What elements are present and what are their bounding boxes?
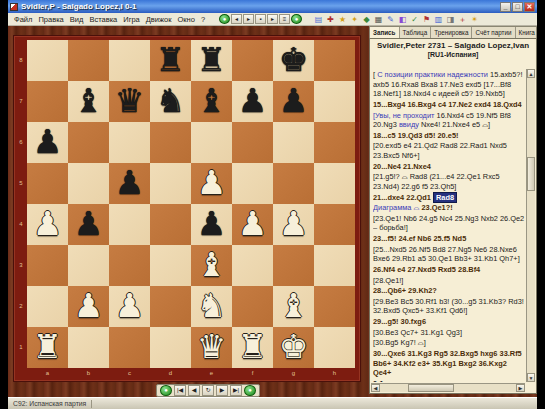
move-text[interactable]: [29.Be3 Bc5 30.Rf1 b3! (30...g5 31.Kb3? … — [373, 297, 524, 316]
rank-label-8: 8 — [15, 40, 27, 81]
add-icon[interactable]: ✚ — [325, 14, 336, 25]
file-label-a: a — [27, 367, 68, 380]
players-line: Svidler,Peter 2731 – Salgado Lopez,Ivan — [376, 41, 530, 51]
move-text[interactable]: 15...Bxg4 16.Bxg4 c4 17.Ne2 exd4 18.Qxd4 — [373, 100, 522, 109]
square-g1[interactable]: ♚ — [273, 327, 314, 368]
square-f3[interactable] — [232, 245, 273, 286]
rank-label-1: 1 — [15, 327, 27, 368]
square-f1[interactable]: ♜ — [232, 327, 273, 368]
app-icon — [10, 3, 18, 11]
horizontal-scroll-thumb[interactable] — [408, 384, 454, 392]
move-text[interactable]: [28.Qe1!] — [373, 276, 403, 285]
chess-board-frame: 87654321 abcdefgh ♜♜♚♝♛♞♝♟♟♟♟♟♟♟♟♟♟♝♟♟♞♝… — [14, 36, 360, 381]
workspace: 87654321 abcdefgh ♜♜♚♝♛♞♝♟♟♟♟♟♟♟♟♟♟♝♟♟♞♝… — [8, 26, 537, 397]
favorite-icon[interactable]: ★ — [337, 14, 348, 25]
notation-line: [20.exd5 e4 21.Qd2 Rad8 22.Rad1 Nxd5 23.… — [373, 141, 525, 160]
rank-label-4: 4 — [15, 204, 27, 245]
game-header: Svidler,Peter 2731 – Salgado Lopez,Ivan … — [370, 39, 536, 59]
forward-button[interactable]: ▶ — [216, 385, 228, 396]
move-text[interactable]: [21.g5!? ⌓ Rad8 (21...e4 22.Qe1 Rxc5 23.… — [373, 172, 500, 191]
move-text[interactable]: [23.Qe1! Nb6 24.g5 Nc4 25.Ng3 Nxb2 26.Qe… — [373, 214, 524, 233]
square-e3[interactable]: ♝ — [191, 245, 232, 286]
square-b2[interactable]: ♟ — [68, 286, 109, 327]
menu-Вид[interactable]: Вид — [67, 15, 87, 24]
menu-Правка[interactable]: Правка — [35, 15, 66, 24]
file-labels: abcdefgh — [27, 367, 355, 380]
square-b5[interactable] — [68, 163, 109, 204]
notation-line: 0-1 — [373, 379, 525, 382]
scroll-right-icon[interactable]: ▶ — [516, 384, 525, 392]
square-g6[interactable] — [273, 122, 314, 163]
notation-line: [21.g5!? ⌓ Rad8 (21...e4 22.Qe1 Rxc5 23.… — [373, 172, 525, 191]
square-a1[interactable]: ♜ — [27, 327, 68, 368]
rank-label-3: 3 — [15, 245, 27, 286]
square-h4[interactable] — [314, 204, 355, 245]
square-g7[interactable]: ♟ — [273, 81, 314, 122]
black-pawn: ♟ — [109, 163, 150, 204]
square-a6[interactable]: ♟ — [27, 122, 68, 163]
menu-Игра[interactable]: Игра — [120, 15, 142, 24]
square-b7[interactable]: ♝ — [68, 81, 109, 122]
file-label-f: f — [232, 367, 273, 380]
black-pawn: ♟ — [232, 81, 273, 122]
tab-3[interactable]: Тренировка — [431, 27, 472, 38]
square-f5[interactable] — [232, 163, 273, 204]
notation-line: [28.Qe1!] — [373, 276, 525, 286]
white-king: ♚ — [273, 327, 314, 368]
white-bishop: ♝ — [273, 286, 314, 327]
menu-Вставка[interactable]: Вставка — [86, 15, 120, 24]
burst-icon[interactable]: ✴ — [469, 14, 480, 25]
square-d6[interactable] — [150, 122, 191, 163]
panel-icon[interactable]: ◨ — [445, 14, 456, 25]
white-pawn: ♟ — [273, 204, 314, 245]
tab-2[interactable]: Таблица — [400, 27, 432, 38]
close-button[interactable]: ✕ — [524, 2, 535, 12]
file-label-c: c — [109, 367, 150, 380]
square-c4[interactable] — [109, 204, 150, 245]
notation-pane: Svidler,Peter 2731 – Salgado Lopez,Ivan … — [369, 38, 537, 394]
rank-label-6: 6 — [15, 122, 27, 163]
window-title: Svidler,P - Salgado Lopez,I 0-1 — [21, 2, 499, 11]
move-text[interactable]: [25...Nxd5 26.Nf5 Bd8 27.Ng5 Ne6 28.Nxe6… — [373, 245, 520, 264]
notation-line: [23.Qe1! Nb6 24.g5 Nc4 25.Ng3 Nxb2 26.Qe… — [373, 214, 525, 233]
square-b8[interactable] — [68, 40, 109, 81]
square-e1[interactable]: ♛ — [191, 327, 232, 368]
square-d8[interactable]: ♜ — [150, 40, 191, 81]
step-back-icon[interactable]: ◂ — [231, 14, 242, 24]
engine-stop-icon[interactable]: ● — [291, 14, 302, 24]
pause-icon[interactable]: ▪ — [255, 14, 266, 24]
move-text[interactable]: [Увы, не проходит — [373, 111, 434, 120]
table-icon[interactable]: ▥ — [433, 14, 444, 25]
rank-labels: 87654321 — [15, 40, 27, 368]
move-text[interactable]: 20...Ne4 21.Nxe4 — [373, 162, 431, 171]
square-c8[interactable] — [109, 40, 150, 81]
horizontal-scrollbar[interactable]: ◀ ▶ — [371, 383, 525, 392]
square-b3[interactable] — [68, 245, 109, 286]
white-pawn: ♟ — [27, 204, 68, 245]
sparkle-icon[interactable]: ✦ — [349, 14, 360, 25]
black-pawn: ♟ — [191, 204, 232, 245]
square-d2[interactable] — [150, 286, 191, 327]
notation-line: 15...Bxg4 16.Bxg4 c4 17.Ne2 exd4 18.Qxd4 — [373, 100, 525, 110]
move-text[interactable]: [ — [373, 70, 375, 79]
menu-bar: ФайлПравкаВидВставкаИграДвижокОкно? ●◂▸▪… — [8, 13, 537, 26]
black-rook: ♜ — [191, 40, 232, 81]
half-board-icon[interactable]: ◧ — [397, 14, 408, 25]
goto-start-button[interactable]: |◀ — [174, 385, 186, 396]
white-bishop: ♝ — [191, 245, 232, 286]
menu-?[interactable]: ? — [198, 15, 208, 24]
menu-Файл[interactable]: Файл — [11, 15, 35, 24]
tab-4[interactable]: Счёт партии — [472, 27, 515, 38]
square-d3[interactable] — [150, 245, 191, 286]
square-e4[interactable]: ♟ — [191, 204, 232, 245]
square-c3[interactable] — [109, 245, 150, 286]
move-list[interactable]: [ С позиции практики надежности 15.axb5?… — [373, 69, 525, 382]
move-text[interactable]: 18...c5 19.Qd3 d5! 20.e5! — [373, 131, 458, 140]
menu-items: ФайлПравкаВидВставкаИграДвижокОкно? — [11, 15, 208, 24]
black-knight: ♞ — [150, 81, 191, 122]
square-c7[interactable]: ♛ — [109, 81, 150, 122]
main-toolbar: ▤✚★✦◆▦✎◧✓⚑▥◨＋✴ — [312, 14, 480, 25]
notation-line: Диаграмма ⌓ 23.Qe1?! — [373, 203, 525, 213]
file-label-e: e — [191, 367, 232, 380]
notation-line: [30.Bg5 Kg7! ⌓] — [373, 338, 525, 348]
current-move[interactable]: Rad8 — [433, 192, 457, 203]
square-g8[interactable]: ♚ — [273, 40, 314, 81]
move-text[interactable]: 26.Nf4 e4 27.Nxd5 Rxd5 28.Bf4 — [373, 265, 480, 274]
square-e8[interactable]: ♜ — [191, 40, 232, 81]
black-pawn: ♟ — [68, 204, 109, 245]
move-text[interactable]: [20.exd5 e4 21.Qd2 Rad8 22.Rad1 Nxd5 23.… — [373, 141, 507, 160]
maximize-button[interactable]: □ — [512, 2, 523, 12]
square-h6[interactable] — [314, 122, 355, 163]
notation-line: 26.Nf4 e4 27.Nxd5 Rxd5 28.Bf4 — [373, 265, 525, 275]
square-e7[interactable]: ♝ — [191, 81, 232, 122]
black-pawn: ♟ — [27, 122, 68, 163]
notation-line: 20...Ne4 21.Nxe4 — [373, 162, 525, 172]
takeback-button[interactable]: ↻ — [202, 385, 214, 396]
square-a3[interactable] — [27, 245, 68, 286]
black-rook: ♜ — [150, 40, 191, 81]
square-e5[interactable]: ♟ — [191, 163, 232, 204]
notation-panel: ЗаписьТаблицаТренировкаСчёт партииКнига … — [369, 26, 537, 394]
file-label-d: d — [150, 367, 191, 380]
square-b6[interactable] — [68, 122, 109, 163]
back-button[interactable]: ◀ — [188, 385, 200, 396]
black-bishop: ♝ — [68, 81, 109, 122]
check-icon[interactable]: ✓ — [409, 14, 420, 25]
plus-icon[interactable]: ＋ — [457, 14, 468, 25]
white-rook: ♜ — [27, 327, 68, 368]
square-c5[interactable]: ♟ — [109, 163, 150, 204]
rank-label-7: 7 — [15, 81, 27, 122]
list-icon[interactable]: ≡ — [279, 14, 290, 24]
notation-line: 29...g5! 30.fxg6 — [373, 317, 525, 327]
move-text[interactable]: 0-1 — [373, 379, 384, 382]
square-f6[interactable] — [232, 122, 273, 163]
file-label-h: h — [314, 367, 355, 380]
engine-left-button[interactable]: ● — [160, 385, 172, 396]
square-d5[interactable] — [150, 163, 191, 204]
new-document-icon[interactable]: ▤ — [313, 14, 324, 25]
square-g2[interactable]: ♝ — [273, 286, 314, 327]
goto-end-button[interactable]: ▶| — [230, 385, 242, 396]
square-b4[interactable]: ♟ — [68, 204, 109, 245]
minimize-button[interactable]: _ — [500, 2, 511, 12]
square-c1[interactable] — [109, 327, 150, 368]
title-bar[interactable]: Svidler,P - Salgado Lopez,I 0-1 _ □ ✕ — [8, 0, 537, 13]
white-pawn: ♟ — [191, 163, 232, 204]
notation-line: 18...c5 19.Qd3 d5! 20.e5! — [373, 131, 525, 141]
move-text[interactable]: 30...Qxe6 31.Kg3 Rg5 32.Bxg5 hxg6 33.Rf5… — [373, 349, 522, 377]
engine-go-icon[interactable]: ● — [219, 14, 230, 24]
scroll-up-icon[interactable]: ▲ — [527, 69, 535, 78]
status-bar: C92: Испанская партия — [8, 397, 537, 409]
move-text[interactable]: С позиции практики надежности — [377, 70, 488, 79]
move-text[interactable]: 28...Qb6+ 29.Kh2? — [373, 286, 437, 295]
square-f2[interactable] — [232, 286, 273, 327]
white-pawn: ♟ — [109, 286, 150, 327]
square-g5[interactable] — [273, 163, 314, 204]
square-a8[interactable] — [27, 40, 68, 81]
diamond-icon[interactable]: ◆ — [361, 14, 372, 25]
white-knight: ♞ — [191, 286, 232, 327]
black-bishop: ♝ — [191, 81, 232, 122]
notation-line: 23...f5! 24.ef Nb6 25.f5 Nd5 — [373, 234, 525, 244]
status-divider — [91, 400, 92, 408]
square-a7[interactable] — [27, 81, 68, 122]
move-text[interactable]: ввиду — [399, 120, 419, 129]
step-forward-icon[interactable]: ▸ — [267, 14, 278, 24]
square-a5[interactable] — [27, 163, 68, 204]
white-pawn: ♟ — [68, 286, 109, 327]
square-h1[interactable] — [314, 327, 355, 368]
event-line: [RU1-Испания] — [376, 51, 530, 59]
file-label-b: b — [68, 367, 109, 380]
square-d4[interactable] — [150, 204, 191, 245]
video-frame: Svidler,P - Salgado Lopez,I 0-1 _ □ ✕ Фа… — [0, 0, 545, 409]
move-text[interactable]: Диаграмма ⌓ — [373, 203, 419, 212]
square-g4[interactable]: ♟ — [273, 204, 314, 245]
move-text[interactable]: [30.Bg5 Kg7! ⌓] — [373, 338, 426, 347]
square-f8[interactable] — [232, 40, 273, 81]
chess-board: ♜♜♚♝♛♞♝♟♟♟♟♟♟♟♟♟♟♝♟♟♞♝♜♛♜♚ — [27, 40, 355, 368]
tab-1[interactable]: Запись — [370, 27, 400, 38]
engine-right-button[interactable]: ● — [244, 385, 256, 396]
menu-Окно[interactable]: Окно — [174, 15, 197, 24]
square-h2[interactable] — [314, 286, 355, 327]
white-rook: ♜ — [232, 327, 273, 368]
menu-Движок[interactable]: Движок — [143, 15, 175, 24]
square-c6[interactable] — [109, 122, 150, 163]
file-label-g: g — [273, 367, 314, 380]
move-text[interactable]: Nxe4! 21.Nxe4 e5 ⌓] — [421, 120, 490, 129]
square-c2[interactable]: ♟ — [109, 286, 150, 327]
move-text[interactable]: 23.Qe1?! — [421, 203, 452, 212]
app-window: Svidler,P - Salgado Lopez,I 0-1 _ □ ✕ Фа… — [8, 0, 537, 409]
notation-line: [30.Be3 Qc7+ 31.Kg1 Qg3] — [373, 328, 525, 338]
notation-line: [29.Be3 Bc5 30.Rf1 b3! (30...g5 31.Kb3? … — [373, 297, 525, 316]
notation-line: [ С позиции практики надежности 15.axb5?… — [373, 70, 525, 99]
square-a2[interactable] — [27, 286, 68, 327]
move-text[interactable]: 21...dxe4 22.Qd1 — [373, 193, 431, 202]
black-queen: ♛ — [109, 81, 150, 122]
panel-tabs: ЗаписьТаблицаТренировкаСчёт партииКнига — [369, 26, 537, 38]
square-h8[interactable] — [314, 40, 355, 81]
notation-line: 21...dxe4 22.Qd1 Rad8 — [373, 193, 525, 203]
notation-line: [Увы, не проходит 16.Nxd4 c5 19.Nf5 Bf8 … — [373, 111, 525, 130]
square-a4[interactable]: ♟ — [27, 204, 68, 245]
rank-label-5: 5 — [15, 163, 27, 204]
notation-line: 30...Qxe6 31.Kg3 Rg5 32.Bxg5 hxg6 33.Rf5… — [373, 349, 525, 378]
scroll-left-icon[interactable]: ◀ — [371, 384, 380, 392]
annotate-icon[interactable]: ✎ — [385, 14, 396, 25]
play-icon[interactable]: ▸ — [243, 14, 254, 24]
square-f4[interactable]: ♟ — [232, 204, 273, 245]
notation-line: [25...Nxd5 26.Nf5 Bd8 27.Ng5 Ne6 28.Nxe6… — [373, 245, 525, 264]
flag-icon[interactable]: ⚑ — [421, 14, 432, 25]
status-text: C92: Испанская партия — [13, 400, 86, 407]
move-text[interactable]: 23...f5! 24.ef Nb6 25.f5 Nd5 — [373, 234, 466, 243]
square-h7[interactable] — [314, 81, 355, 122]
square-h3[interactable] — [314, 245, 355, 286]
board-icon[interactable]: ▦ — [373, 14, 384, 25]
white-queen: ♛ — [191, 327, 232, 368]
playback-toolbar: ●◂▸▪▸≡● — [218, 14, 302, 24]
move-text[interactable]: [30.Be3 Qc7+ 31.Kg1 Qg3] — [373, 328, 462, 337]
square-f7[interactable]: ♟ — [232, 81, 273, 122]
move-text[interactable]: 29...g5! 30.fxg6 — [373, 317, 426, 326]
square-h5[interactable] — [314, 163, 355, 204]
square-e6[interactable] — [191, 122, 232, 163]
rank-label-2: 2 — [15, 286, 27, 327]
square-d1[interactable] — [150, 327, 191, 368]
notation-line: 28...Qb6+ 29.Kh2? — [373, 286, 525, 296]
scroll-down-icon[interactable]: ▼ — [527, 373, 535, 382]
square-e2[interactable]: ♞ — [191, 286, 232, 327]
move-navigation-bar: ●|◀◀↻▶▶|● — [156, 384, 260, 397]
square-b1[interactable] — [68, 327, 109, 368]
vertical-scrollbar[interactable]: ▲ ▼ — [526, 69, 535, 382]
black-pawn: ♟ — [273, 81, 314, 122]
tab-5[interactable]: Книга — [516, 27, 537, 38]
square-g3[interactable] — [273, 245, 314, 286]
black-king: ♚ — [273, 40, 314, 81]
vertical-scroll-thumb[interactable] — [527, 157, 535, 191]
white-pawn: ♟ — [232, 204, 273, 245]
square-d7[interactable]: ♞ — [150, 81, 191, 122]
